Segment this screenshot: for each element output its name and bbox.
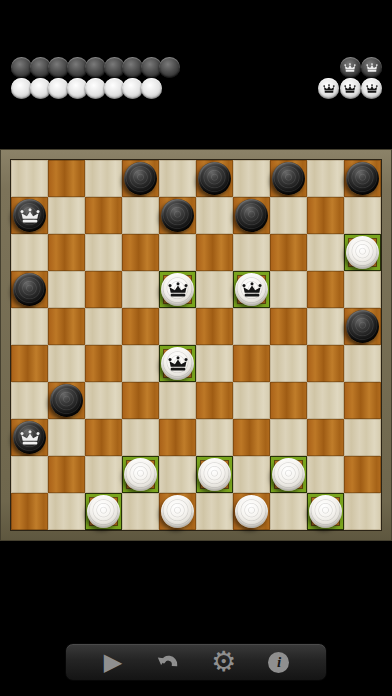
captured-black-man [11,57,32,78]
square-3-2[interactable] [48,234,85,271]
white-man[interactable] [161,495,194,528]
square-6-10 [344,345,381,382]
square-3-1 [11,234,48,271]
square-10-10 [344,493,381,530]
square-5-8[interactable] [270,308,307,345]
square-1-5 [159,160,196,197]
square-3-7 [233,234,270,271]
square-1-10[interactable] [344,160,381,197]
square-2-8 [270,197,307,234]
captured-white-man [122,78,143,99]
white-man[interactable] [346,236,379,269]
info-button[interactable]: i [262,645,296,679]
square-3-3 [85,234,122,271]
toolbar: ▶⚙i [65,643,327,681]
square-10-2 [48,493,85,530]
square-6-2 [48,345,85,382]
black-man[interactable] [124,162,157,195]
square-7-1 [11,382,48,419]
undo-button[interactable] [151,645,185,679]
square-2-2 [48,197,85,234]
square-7-10[interactable] [344,382,381,419]
square-8-8 [270,419,307,456]
info-icon: i [268,652,289,673]
square-8-1[interactable] [11,419,48,456]
square-8-7[interactable] [233,419,270,456]
square-6-6 [196,345,233,382]
square-3-9 [307,234,344,271]
square-1-9 [307,160,344,197]
square-9-9 [307,456,344,493]
crown-icon [168,356,188,371]
white-man[interactable] [198,458,231,491]
white-king[interactable] [235,273,268,306]
black-kings-tray [340,57,383,78]
play-button[interactable]: ▶ [96,645,130,679]
captured-white-man [11,78,32,99]
square-8-9[interactable] [307,419,344,456]
tray-black-king [340,57,361,78]
square-3-6[interactable] [196,234,233,271]
square-1-2[interactable] [48,160,85,197]
square-9-6[interactable] [196,456,233,493]
black-man[interactable] [13,273,46,306]
square-8-2 [48,419,85,456]
square-9-8[interactable] [270,456,307,493]
square-2-6 [196,197,233,234]
square-6-3[interactable] [85,345,122,382]
crown-icon [242,282,262,297]
crown-icon [20,430,40,445]
captured-black-man [122,57,143,78]
square-2-3[interactable] [85,197,122,234]
black-king[interactable] [13,199,46,232]
square-5-5 [159,308,196,345]
square-10-5[interactable] [159,493,196,530]
square-3-8[interactable] [270,234,307,271]
square-5-6[interactable] [196,308,233,345]
black-king[interactable] [13,421,46,454]
square-10-8 [270,493,307,530]
captured-black-man [48,57,69,78]
black-man[interactable] [346,162,379,195]
captured-white-man [48,78,69,99]
black-man[interactable] [346,310,379,343]
crown-icon [366,84,378,93]
square-3-5 [159,234,196,271]
captured-black-man [85,57,106,78]
square-10-4 [122,493,159,530]
square-1-1 [11,160,48,197]
tray-white-king [361,78,382,99]
square-7-9 [307,382,344,419]
square-2-9[interactable] [307,197,344,234]
white-king[interactable] [161,273,194,306]
square-9-10[interactable] [344,456,381,493]
square-2-10 [344,197,381,234]
tray-black-king [361,57,382,78]
square-4-5[interactable] [159,271,196,308]
square-9-4[interactable] [122,456,159,493]
square-1-4[interactable] [122,160,159,197]
square-5-7 [233,308,270,345]
black-man[interactable] [235,199,268,232]
square-6-4 [122,345,159,382]
white-kings-tray [318,78,382,99]
white-man[interactable] [124,458,157,491]
square-10-9[interactable] [307,493,344,530]
board-frame [0,149,392,541]
captured-black-men-tray [11,57,180,78]
square-4-4 [122,271,159,308]
square-8-6 [196,419,233,456]
square-4-7[interactable] [233,271,270,308]
square-7-6[interactable] [196,382,233,419]
square-9-1 [11,456,48,493]
square-5-3 [85,308,122,345]
checkers-board[interactable] [10,159,382,531]
square-8-10 [344,419,381,456]
square-9-7 [233,456,270,493]
square-10-3[interactable] [85,493,122,530]
square-7-5 [159,382,196,419]
square-6-5[interactable] [159,345,196,382]
square-2-4 [122,197,159,234]
undo-icon [155,651,181,673]
play-icon: ▶ [104,650,122,674]
square-10-1[interactable] [11,493,48,530]
square-4-6 [196,271,233,308]
black-man[interactable] [50,384,83,417]
square-10-6 [196,493,233,530]
crown-icon [344,63,356,72]
square-7-2[interactable] [48,382,85,419]
settings-button[interactable]: ⚙ [207,645,241,679]
square-1-6[interactable] [196,160,233,197]
black-man[interactable] [272,162,305,195]
square-4-9[interactable] [307,271,344,308]
square-8-5[interactable] [159,419,196,456]
square-5-10[interactable] [344,308,381,345]
crown-icon [168,282,188,297]
square-4-10 [344,271,381,308]
crown-icon [20,208,40,223]
tray-white-king [318,78,339,99]
crown-icon [344,84,356,93]
white-man[interactable] [309,495,342,528]
square-3-4[interactable] [122,234,159,271]
square-4-8 [270,271,307,308]
square-7-7 [233,382,270,419]
white-man[interactable] [235,495,268,528]
square-6-7[interactable] [233,345,270,382]
black-man[interactable] [161,199,194,232]
square-9-2[interactable] [48,456,85,493]
square-10-7[interactable] [233,493,270,530]
captured-white-man [85,78,106,99]
square-2-1[interactable] [11,197,48,234]
square-6-1[interactable] [11,345,48,382]
square-5-2[interactable] [48,308,85,345]
square-1-8[interactable] [270,160,307,197]
square-1-7 [233,160,270,197]
square-7-3 [85,382,122,419]
square-5-9 [307,308,344,345]
square-8-3[interactable] [85,419,122,456]
black-man[interactable] [198,162,231,195]
captured-white-men-tray [11,78,162,99]
square-4-3[interactable] [85,271,122,308]
square-3-10[interactable] [344,234,381,271]
square-1-3 [85,160,122,197]
captured-black-man [159,57,180,78]
white-man[interactable] [272,458,305,491]
gear-icon: ⚙ [211,648,236,676]
square-9-3 [85,456,122,493]
square-6-9[interactable] [307,345,344,382]
square-4-2 [48,271,85,308]
crown-icon [323,84,335,93]
square-8-4 [122,419,159,456]
square-7-8[interactable] [270,382,307,419]
square-4-1[interactable] [11,271,48,308]
square-5-4[interactable] [122,308,159,345]
white-king[interactable] [161,347,194,380]
square-9-5 [159,456,196,493]
square-2-5[interactable] [159,197,196,234]
square-7-4[interactable] [122,382,159,419]
square-2-7[interactable] [233,197,270,234]
white-man[interactable] [87,495,120,528]
app-screen: ▶⚙i [0,0,392,696]
square-6-8 [270,345,307,382]
square-5-1 [11,308,48,345]
crown-icon [366,63,378,72]
tray-white-king [340,78,361,99]
captured-white-man [141,78,162,99]
